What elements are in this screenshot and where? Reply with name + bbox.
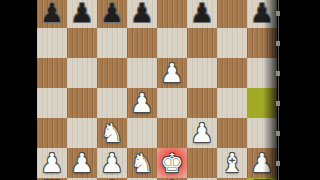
chess-board: ♜♞♝♚♝♞♜♟♟♟♟♟♟♟♟♞♟♟♟♟♞♚♝♟♜♝♛♜ — [37, 0, 277, 180]
square-g5[interactable] — [217, 58, 247, 88]
white-pawn-piece[interactable]: ♟ — [157, 58, 187, 88]
square-f5[interactable] — [187, 58, 217, 88]
square-f4[interactable] — [187, 88, 217, 118]
square-d3[interactable] — [127, 118, 157, 148]
square-c3[interactable]: ♞ — [97, 118, 127, 148]
white-pawn-piece[interactable]: ♟ — [67, 148, 97, 178]
square-e6[interactable] — [157, 28, 187, 58]
white-pawn-piece[interactable]: ♟ — [247, 148, 277, 178]
square-c7[interactable]: ♟ — [97, 0, 127, 28]
letterbox-right — [278, 0, 320, 180]
white-knight-piece[interactable]: ♞ — [127, 148, 157, 178]
square-d6[interactable] — [127, 28, 157, 58]
white-pawn-piece[interactable]: ♟ — [97, 148, 127, 178]
square-e1[interactable]: ♛ — [157, 178, 187, 180]
square-g1[interactable] — [217, 178, 247, 180]
square-h6[interactable] — [247, 28, 277, 58]
edge-tick — [276, 101, 280, 106]
white-pawn-piece[interactable]: ♟ — [127, 88, 157, 118]
black-pawn-piece[interactable]: ♟ — [127, 0, 157, 28]
square-c1[interactable]: ♝ — [97, 178, 127, 180]
edge-tick — [276, 41, 280, 46]
square-d5[interactable] — [127, 58, 157, 88]
square-g3[interactable] — [217, 118, 247, 148]
square-a7[interactable]: ♟ — [37, 0, 67, 28]
square-c4[interactable] — [97, 88, 127, 118]
white-pawn-piece[interactable]: ♟ — [37, 148, 67, 178]
move-highlight — [247, 88, 277, 118]
square-e2[interactable]: ♚ — [157, 148, 187, 178]
square-a1[interactable]: ♜ — [37, 178, 67, 180]
square-b4[interactable] — [67, 88, 97, 118]
square-a3[interactable] — [37, 118, 67, 148]
square-g2[interactable]: ♝ — [217, 148, 247, 178]
white-bishop-piece[interactable]: ♝ — [97, 175, 127, 180]
square-b5[interactable] — [67, 58, 97, 88]
white-rook-piece[interactable]: ♜ — [37, 175, 67, 180]
square-a5[interactable] — [37, 58, 67, 88]
square-c2[interactable]: ♟ — [97, 148, 127, 178]
square-c5[interactable] — [97, 58, 127, 88]
edge-tick — [276, 11, 280, 16]
edge-tick — [276, 161, 280, 166]
square-g6[interactable] — [217, 28, 247, 58]
edge-tick — [276, 131, 280, 136]
edge-tick — [276, 71, 280, 76]
square-b1[interactable] — [67, 178, 97, 180]
square-f2[interactable] — [187, 148, 217, 178]
board-viewport: ♜♞♝♚♝♞♜♟♟♟♟♟♟♟♟♞♟♟♟♟♞♚♝♟♜♝♛♜ — [0, 0, 320, 180]
square-g4[interactable] — [217, 88, 247, 118]
square-b2[interactable]: ♟ — [67, 148, 97, 178]
square-f6[interactable] — [187, 28, 217, 58]
square-d2[interactable]: ♞ — [127, 148, 157, 178]
square-d1[interactable] — [127, 178, 157, 180]
letterbox-left — [0, 0, 37, 180]
square-f3[interactable]: ♟ — [187, 118, 217, 148]
black-pawn-piece[interactable]: ♟ — [67, 0, 97, 28]
white-queen-piece[interactable]: ♛ — [157, 175, 187, 180]
square-h7[interactable]: ♟ — [247, 0, 277, 28]
square-e4[interactable] — [157, 88, 187, 118]
square-d7[interactable]: ♟ — [127, 0, 157, 28]
white-knight-piece[interactable]: ♞ — [97, 118, 127, 148]
square-b7[interactable]: ♟ — [67, 0, 97, 28]
square-a2[interactable]: ♟ — [37, 148, 67, 178]
square-a4[interactable] — [37, 88, 67, 118]
black-pawn-piece[interactable]: ♟ — [37, 0, 67, 28]
square-h1[interactable]: ♜ — [247, 178, 277, 180]
white-bishop-piece[interactable]: ♝ — [217, 148, 247, 178]
square-e7[interactable] — [157, 0, 187, 28]
square-h4[interactable] — [247, 88, 277, 118]
square-g7[interactable] — [217, 0, 247, 28]
square-a6[interactable] — [37, 28, 67, 58]
square-f1[interactable] — [187, 178, 217, 180]
black-pawn-piece[interactable]: ♟ — [97, 0, 127, 28]
square-d4[interactable]: ♟ — [127, 88, 157, 118]
board-edge-line — [278, 0, 279, 180]
square-c6[interactable] — [97, 28, 127, 58]
square-e3[interactable] — [157, 118, 187, 148]
square-f7[interactable]: ♟ — [187, 0, 217, 28]
square-e5[interactable]: ♟ — [157, 58, 187, 88]
white-pawn-piece[interactable]: ♟ — [187, 118, 217, 148]
square-h3[interactable] — [247, 118, 277, 148]
black-pawn-piece[interactable]: ♟ — [187, 0, 217, 28]
square-h5[interactable] — [247, 58, 277, 88]
square-b3[interactable] — [67, 118, 97, 148]
white-rook-piece[interactable]: ♜ — [247, 175, 277, 180]
square-b6[interactable] — [67, 28, 97, 58]
black-pawn-piece[interactable]: ♟ — [247, 0, 277, 28]
white-king-piece[interactable]: ♚ — [157, 148, 187, 178]
square-h2[interactable]: ♟ — [247, 148, 277, 178]
